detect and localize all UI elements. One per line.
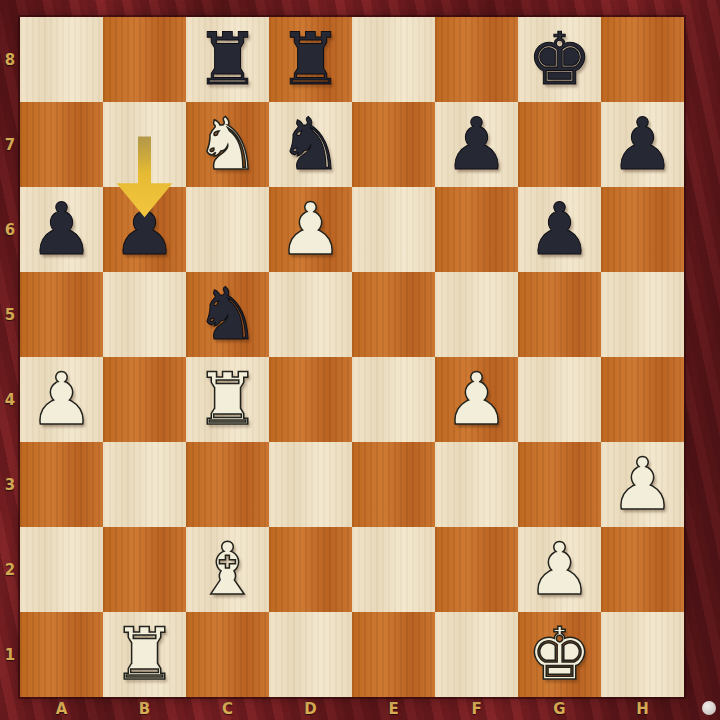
- square-e4[interactable]: [352, 357, 435, 442]
- square-f1[interactable]: [435, 612, 518, 697]
- square-b2[interactable]: [103, 527, 186, 612]
- square-b4[interactable]: [103, 357, 186, 442]
- rank-label-6: 6: [0, 187, 20, 272]
- square-a2[interactable]: [20, 527, 103, 612]
- square-g6[interactable]: ♟: [518, 187, 601, 272]
- rank-label-5: 5: [0, 272, 20, 357]
- square-b5[interactable]: [103, 272, 186, 357]
- square-a6[interactable]: ♟: [20, 187, 103, 272]
- piece-white-rook-c4: ♜: [195, 357, 260, 442]
- square-g7[interactable]: [518, 102, 601, 187]
- piece-white-rook-b1: ♜: [112, 612, 177, 697]
- piece-black-pawn-a6: ♟: [29, 187, 94, 272]
- piece-white-pawn-d6: ♟: [278, 187, 343, 272]
- piece-white-pawn-f4: ♟: [444, 357, 509, 442]
- square-f4[interactable]: ♟: [435, 357, 518, 442]
- square-f5[interactable]: [435, 272, 518, 357]
- square-g2[interactable]: ♟: [518, 527, 601, 612]
- file-label-g: G: [518, 697, 601, 720]
- file-label-c: C: [186, 697, 269, 720]
- square-h5[interactable]: [601, 272, 684, 357]
- square-a7[interactable]: [20, 102, 103, 187]
- square-a5[interactable]: [20, 272, 103, 357]
- square-h4[interactable]: [601, 357, 684, 442]
- square-c3[interactable]: [186, 442, 269, 527]
- chess-diagram: 87654321 ABCDEFGH ♜♜♚♞♞♟♟♟♟♟♟♞♟♜♟♟♝♟♜♚: [0, 0, 720, 720]
- square-a3[interactable]: [20, 442, 103, 527]
- square-b7[interactable]: [103, 102, 186, 187]
- square-d7[interactable]: ♞: [269, 102, 352, 187]
- rank-label-8: 8: [0, 17, 20, 102]
- square-b6[interactable]: ♟: [103, 187, 186, 272]
- square-d1[interactable]: [269, 612, 352, 697]
- square-c4[interactable]: ♜: [186, 357, 269, 442]
- square-c7[interactable]: ♞: [186, 102, 269, 187]
- piece-black-pawn-f7: ♟: [444, 102, 509, 187]
- piece-white-pawn-a4: ♟: [29, 357, 94, 442]
- square-e7[interactable]: [352, 102, 435, 187]
- square-c6[interactable]: [186, 187, 269, 272]
- file-label-b: B: [103, 697, 186, 720]
- square-h7[interactable]: ♟: [601, 102, 684, 187]
- chess-board: ♜♜♚♞♞♟♟♟♟♟♟♞♟♜♟♟♝♟♜♚: [20, 17, 684, 697]
- rank-label-7: 7: [0, 102, 20, 187]
- corner-dot: [702, 701, 716, 715]
- square-h2[interactable]: [601, 527, 684, 612]
- piece-white-pawn-h3: ♟: [610, 442, 675, 527]
- file-label-f: F: [435, 697, 518, 720]
- file-label-h: H: [601, 697, 684, 720]
- piece-black-knight-c5: ♞: [195, 272, 260, 357]
- square-f6[interactable]: [435, 187, 518, 272]
- square-d4[interactable]: [269, 357, 352, 442]
- square-c5[interactable]: ♞: [186, 272, 269, 357]
- square-a4[interactable]: ♟: [20, 357, 103, 442]
- square-g8[interactable]: ♚: [518, 17, 601, 102]
- square-d8[interactable]: ♜: [269, 17, 352, 102]
- square-g5[interactable]: [518, 272, 601, 357]
- square-g3[interactable]: [518, 442, 601, 527]
- rank-label-1: 1: [0, 612, 20, 697]
- file-labels: ABCDEFGH: [20, 697, 684, 720]
- piece-black-pawn-g6: ♟: [527, 187, 592, 272]
- square-b1[interactable]: ♜: [103, 612, 186, 697]
- square-e1[interactable]: [352, 612, 435, 697]
- piece-black-pawn-h7: ♟: [610, 102, 675, 187]
- piece-white-knight-c7: ♞: [195, 102, 260, 187]
- square-e5[interactable]: [352, 272, 435, 357]
- square-d6[interactable]: ♟: [269, 187, 352, 272]
- square-h3[interactable]: ♟: [601, 442, 684, 527]
- rank-labels: 87654321: [0, 17, 20, 697]
- square-e6[interactable]: [352, 187, 435, 272]
- piece-white-bishop-c2: ♝: [195, 527, 260, 612]
- square-f7[interactable]: ♟: [435, 102, 518, 187]
- square-a1[interactable]: [20, 612, 103, 697]
- square-f2[interactable]: [435, 527, 518, 612]
- rank-label-2: 2: [0, 527, 20, 612]
- piece-white-pawn-g2: ♟: [527, 527, 592, 612]
- square-b3[interactable]: [103, 442, 186, 527]
- square-e2[interactable]: [352, 527, 435, 612]
- square-f3[interactable]: [435, 442, 518, 527]
- square-c1[interactable]: [186, 612, 269, 697]
- square-f8[interactable]: [435, 17, 518, 102]
- file-label-e: E: [352, 697, 435, 720]
- square-g1[interactable]: ♚: [518, 612, 601, 697]
- square-b8[interactable]: [103, 17, 186, 102]
- file-label-a: A: [20, 697, 103, 720]
- square-d5[interactable]: [269, 272, 352, 357]
- square-d2[interactable]: [269, 527, 352, 612]
- square-c2[interactable]: ♝: [186, 527, 269, 612]
- square-e8[interactable]: [352, 17, 435, 102]
- file-label-d: D: [269, 697, 352, 720]
- piece-black-rook-d8: ♜: [278, 17, 343, 102]
- square-a8[interactable]: [20, 17, 103, 102]
- rank-label-3: 3: [0, 442, 20, 527]
- rank-label-4: 4: [0, 357, 20, 442]
- piece-black-knight-d7: ♞: [278, 102, 343, 187]
- square-h8[interactable]: [601, 17, 684, 102]
- square-h6[interactable]: [601, 187, 684, 272]
- square-g4[interactable]: [518, 357, 601, 442]
- square-d3[interactable]: [269, 442, 352, 527]
- piece-black-pawn-b6: ♟: [112, 187, 177, 272]
- piece-black-king-g8: ♚: [527, 17, 592, 102]
- square-h1[interactable]: [601, 612, 684, 697]
- piece-black-rook-c8: ♜: [195, 17, 260, 102]
- square-e3[interactable]: [352, 442, 435, 527]
- piece-white-king-g1: ♚: [527, 612, 592, 697]
- square-c8[interactable]: ♜: [186, 17, 269, 102]
